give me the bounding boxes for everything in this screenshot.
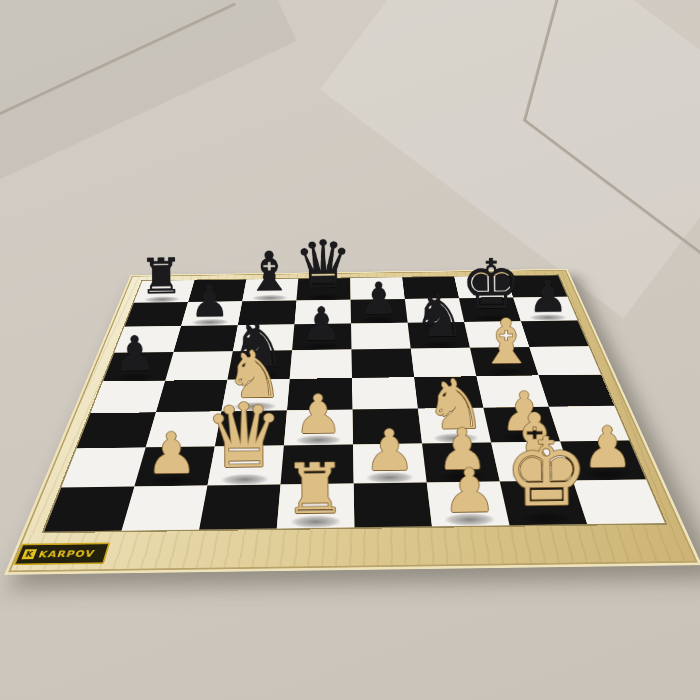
- piece-black-queen[interactable]: ♛: [293, 232, 353, 299]
- square-d5[interactable]: [290, 349, 352, 378]
- square-c1[interactable]: [199, 485, 280, 530]
- square-b2[interactable]: ♟: [134, 446, 214, 486]
- square-f6[interactable]: ♞: [408, 322, 470, 349]
- square-d6[interactable]: ♟: [292, 324, 351, 351]
- square-h5[interactable]: [529, 346, 601, 375]
- piece-white-pawn[interactable]: ♟: [364, 422, 416, 479]
- piece-white-pawn[interactable]: ♟: [442, 461, 497, 522]
- piece-white-rook[interactable]: ♜: [284, 453, 347, 523]
- square-c8[interactable]: ♝: [242, 279, 298, 302]
- piece-black-bishop[interactable]: ♝: [245, 244, 294, 299]
- piece-white-king[interactable]: ♚: [504, 425, 590, 520]
- square-f1[interactable]: ♟: [427, 481, 510, 526]
- board-perspective-wrapper: ♜♝♛♟♟♚♟♟♞♟♞♝♞♟♞♟♟♛♟♟♝♟♜♟♚ K KARPOV: [4, 269, 700, 575]
- piece-black-pawn[interactable]: ♟: [301, 301, 343, 348]
- square-g1[interactable]: ♚: [500, 480, 587, 525]
- square-a1[interactable]: [44, 487, 134, 532]
- square-a4[interactable]: [91, 381, 166, 414]
- brand-emblem-icon: K: [21, 549, 37, 559]
- square-e2[interactable]: ♟: [353, 444, 427, 484]
- chess-board[interactable]: ♜♝♛♟♟♚♟♟♞♟♞♝♞♟♞♟♟♛♟♟♝♟♜♟♚: [41, 274, 667, 533]
- square-b5[interactable]: [165, 351, 233, 380]
- piece-black-knight[interactable]: ♞: [413, 286, 467, 346]
- piece-white-pawn[interactable]: ♟: [582, 419, 634, 476]
- square-e6[interactable]: [351, 323, 411, 350]
- piece-white-pawn[interactable]: ♟: [146, 425, 198, 482]
- square-a2[interactable]: [61, 447, 145, 487]
- square-e5[interactable]: [351, 349, 414, 378]
- piece-black-pawn[interactable]: ♟: [190, 279, 230, 324]
- square-a3[interactable]: [77, 412, 156, 448]
- square-c2[interactable]: ♛: [207, 445, 283, 485]
- brand-plate: K KARPOV: [13, 543, 110, 566]
- board-rotation-wrapper: ♜♝♛♟♟♚♟♟♞♟♞♝♞♟♞♟♟♛♟♟♝♟♜♟♚ K KARPOV: [0, 0, 700, 700]
- piece-black-pawn[interactable]: ♟: [528, 274, 568, 319]
- square-e4[interactable]: [352, 377, 418, 409]
- piece-black-pawn[interactable]: ♟: [359, 276, 399, 321]
- square-d1[interactable]: ♜: [277, 483, 355, 528]
- piece-black-pawn[interactable]: ♟: [113, 329, 157, 378]
- brand-label: KARPOV: [37, 548, 96, 560]
- square-e7[interactable]: ♟: [351, 299, 408, 323]
- board-frame: ♜♝♛♟♟♚♟♟♞♟♞♝♞♟♞♟♟♛♟♟♝♟♜♟♚ K KARPOV: [4, 269, 700, 575]
- square-b1[interactable]: [122, 486, 208, 531]
- square-a8[interactable]: ♜: [134, 280, 195, 303]
- square-e1[interactable]: [354, 482, 432, 527]
- square-a5[interactable]: ♟: [103, 352, 174, 382]
- piece-black-rook[interactable]: ♜: [139, 251, 183, 300]
- square-a7[interactable]: [124, 302, 188, 327]
- piece-white-queen[interactable]: ♛: [204, 392, 285, 482]
- square-d3[interactable]: ♟: [284, 410, 353, 446]
- piece-white-pawn[interactable]: ♟: [294, 387, 343, 441]
- piece-white-bishop[interactable]: ♝: [478, 311, 534, 374]
